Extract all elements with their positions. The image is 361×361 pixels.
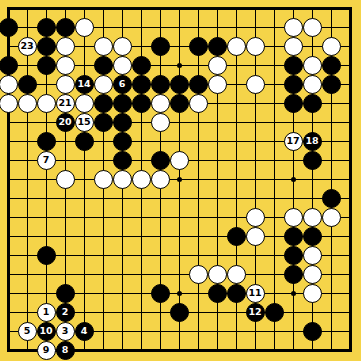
white-stone-move-11: 11	[246, 284, 265, 303]
white-stone-move-15: 15	[75, 113, 94, 132]
black-stone	[322, 56, 341, 75]
white-stone	[246, 227, 265, 246]
white-stone	[227, 37, 246, 56]
white-stone	[208, 265, 227, 284]
white-stone-move-23: 23	[18, 37, 37, 56]
black-stone	[151, 284, 170, 303]
white-stone	[303, 284, 322, 303]
black-stone	[113, 151, 132, 170]
white-stone-move-3: 3	[56, 322, 75, 341]
white-stone	[94, 37, 113, 56]
white-stone	[322, 208, 341, 227]
black-stone	[37, 56, 56, 75]
black-stone	[151, 151, 170, 170]
black-stone	[113, 132, 132, 151]
black-stone	[284, 265, 303, 284]
grid-line-v	[198, 8, 199, 351]
white-stone	[113, 56, 132, 75]
white-stone	[151, 113, 170, 132]
white-stone	[303, 246, 322, 265]
white-stone-move-7: 7	[37, 151, 56, 170]
grid-line-v	[274, 8, 275, 351]
white-stone	[189, 94, 208, 113]
black-stone	[303, 94, 322, 113]
white-stone-move-1: 1	[37, 303, 56, 322]
black-stone	[208, 37, 227, 56]
white-stone	[303, 18, 322, 37]
board-edge-right	[349, 7, 352, 352]
white-stone	[246, 37, 265, 56]
black-stone	[113, 113, 132, 132]
black-stone	[18, 75, 37, 94]
white-stone	[208, 56, 227, 75]
white-stone	[37, 94, 56, 113]
black-stone	[322, 75, 341, 94]
black-stone	[37, 132, 56, 151]
board-edge-top	[7, 7, 352, 10]
white-stone	[151, 170, 170, 189]
white-stone	[170, 151, 189, 170]
white-stone	[75, 18, 94, 37]
white-stone	[151, 94, 170, 113]
black-stone	[132, 56, 151, 75]
black-stone	[132, 94, 151, 113]
go-board: 23146212015171871112125103498	[0, 0, 361, 361]
white-stone	[18, 94, 37, 113]
black-stone	[94, 94, 113, 113]
black-stone	[0, 18, 18, 37]
black-stone	[170, 303, 189, 322]
black-stone	[208, 284, 227, 303]
black-stone-move-20: 20	[56, 113, 75, 132]
white-stone	[227, 265, 246, 284]
black-stone	[303, 227, 322, 246]
black-stone-move-2: 2	[56, 303, 75, 322]
black-stone	[37, 37, 56, 56]
black-stone	[170, 75, 189, 94]
white-stone	[56, 75, 75, 94]
white-stone	[94, 170, 113, 189]
star-point	[291, 177, 296, 182]
black-stone	[94, 56, 113, 75]
white-stone	[56, 56, 75, 75]
white-stone	[303, 75, 322, 94]
white-stone	[75, 94, 94, 113]
white-stone	[189, 265, 208, 284]
white-stone	[322, 37, 341, 56]
black-stone	[132, 75, 151, 94]
white-stone	[56, 37, 75, 56]
black-stone	[284, 94, 303, 113]
black-stone	[227, 284, 246, 303]
white-stone	[113, 170, 132, 189]
white-stone	[94, 75, 113, 94]
black-stone	[284, 227, 303, 246]
white-stone-move-21: 21	[56, 94, 75, 113]
black-stone	[189, 37, 208, 56]
black-stone	[284, 75, 303, 94]
black-stone	[151, 37, 170, 56]
black-stone	[227, 227, 246, 246]
white-stone	[303, 265, 322, 284]
white-stone	[246, 75, 265, 94]
black-stone	[56, 18, 75, 37]
star-point	[177, 63, 182, 68]
black-stone	[265, 303, 284, 322]
black-stone	[75, 132, 94, 151]
white-stone	[303, 208, 322, 227]
star-point	[177, 291, 182, 296]
black-stone	[189, 75, 208, 94]
white-stone-move-9: 9	[37, 341, 56, 360]
star-point	[291, 291, 296, 296]
star-point	[177, 177, 182, 182]
black-stone	[94, 113, 113, 132]
white-stone-move-17: 17	[284, 132, 303, 151]
black-stone	[284, 56, 303, 75]
white-stone	[284, 208, 303, 227]
white-stone	[113, 37, 132, 56]
black-stone-move-4: 4	[75, 322, 94, 341]
black-stone	[322, 189, 341, 208]
white-stone	[56, 170, 75, 189]
grid-line-h	[8, 198, 351, 199]
black-stone	[37, 18, 56, 37]
black-stone	[37, 246, 56, 265]
white-stone	[303, 56, 322, 75]
black-stone-move-14: 14	[75, 75, 94, 94]
black-stone-move-8: 8	[56, 341, 75, 360]
white-stone	[0, 75, 18, 94]
black-stone	[113, 94, 132, 113]
white-stone	[284, 37, 303, 56]
black-stone-move-10: 10	[37, 322, 56, 341]
black-stone	[56, 284, 75, 303]
black-stone	[151, 75, 170, 94]
black-stone-move-12: 12	[246, 303, 265, 322]
white-stone	[208, 75, 227, 94]
white-stone	[246, 208, 265, 227]
black-stone	[284, 246, 303, 265]
white-stone-move-5: 5	[18, 322, 37, 341]
black-stone-move-6: 6	[113, 75, 132, 94]
black-stone	[303, 322, 322, 341]
white-stone	[284, 18, 303, 37]
black-stone	[0, 56, 18, 75]
black-stone	[170, 94, 189, 113]
white-stone	[132, 170, 151, 189]
black-stone-move-18: 18	[303, 132, 322, 151]
black-stone	[303, 151, 322, 170]
white-stone	[0, 94, 18, 113]
